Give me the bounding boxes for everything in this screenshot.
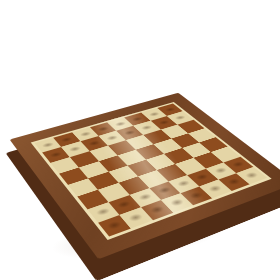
chess-set-photo: ♜♞♝♚♛♝♞♜♟♟♟♟♟♟♟♟♟♟♟♟♟♟♟♟♜♞♝♚♛♝♞♜ bbox=[0, 0, 280, 280]
square-h8: ♜ bbox=[98, 215, 131, 237]
piece-black-rook: ♜ bbox=[88, 183, 144, 226]
piece-white-pawn: ♟ bbox=[33, 125, 81, 155]
